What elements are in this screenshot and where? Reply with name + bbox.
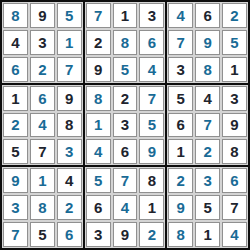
cell-r3c5[interactable]: 5 [113,57,138,82]
cell-r2c2[interactable]: 3 [30,30,55,55]
cell-r6c8[interactable]: 2 [195,139,220,164]
cell-r9c5[interactable]: 9 [113,222,138,247]
cell-r9c9[interactable]: 4 [222,222,247,247]
box-8: 578641392 [85,167,166,248]
box-1: 895431627 [2,2,83,83]
cell-r7c8[interactable]: 3 [195,168,220,193]
cell-r1c5[interactable]: 1 [113,3,138,28]
cell-r8c8[interactable]: 5 [195,195,220,220]
cell-r9c7[interactable]: 8 [168,222,193,247]
cell-r2c8[interactable]: 9 [195,30,220,55]
cell-r9c3[interactable]: 6 [57,222,82,247]
cell-r5c9[interactable]: 9 [222,113,247,138]
cell-r1c1[interactable]: 8 [3,3,28,28]
cell-r3c7[interactable]: 3 [168,57,193,82]
cell-r1c7[interactable]: 4 [168,3,193,28]
cell-r4c8[interactable]: 4 [195,86,220,111]
cell-r2c7[interactable]: 7 [168,30,193,55]
cell-r8c7[interactable]: 9 [168,195,193,220]
cell-r9c1[interactable]: 7 [3,222,28,247]
cell-r2c3[interactable]: 1 [57,30,82,55]
cell-r6c9[interactable]: 8 [222,139,247,164]
box-6: 543679128 [167,85,248,166]
cell-r3c1[interactable]: 6 [3,57,28,82]
cell-r2c9[interactable]: 5 [222,30,247,55]
cell-r5c8[interactable]: 7 [195,113,220,138]
cell-r6c2[interactable]: 7 [30,139,55,164]
cell-r8c5[interactable]: 4 [113,195,138,220]
cell-r8c9[interactable]: 7 [222,195,247,220]
cell-r3c9[interactable]: 1 [222,57,247,82]
cell-r4c9[interactable]: 3 [222,86,247,111]
cell-r4c4[interactable]: 8 [86,86,111,111]
cell-r2c6[interactable]: 6 [139,30,164,55]
cell-r6c1[interactable]: 5 [3,139,28,164]
cell-r7c1[interactable]: 9 [3,168,28,193]
cell-r1c3[interactable]: 5 [57,3,82,28]
cell-r1c2[interactable]: 9 [30,3,55,28]
cell-r5c5[interactable]: 3 [113,113,138,138]
box-3: 462795381 [167,2,248,83]
cell-r6c6[interactable]: 9 [139,139,164,164]
cell-r7c5[interactable]: 7 [113,168,138,193]
cell-r7c9[interactable]: 6 [222,168,247,193]
cell-r5c2[interactable]: 4 [30,113,55,138]
cell-r6c5[interactable]: 6 [113,139,138,164]
cell-r2c4[interactable]: 2 [86,30,111,55]
cell-r4c1[interactable]: 1 [3,86,28,111]
cell-r4c7[interactable]: 5 [168,86,193,111]
cell-r7c3[interactable]: 4 [57,168,82,193]
cell-r6c3[interactable]: 3 [57,139,82,164]
box-4: 169248573 [2,85,83,166]
cell-r3c3[interactable]: 7 [57,57,82,82]
cell-r9c2[interactable]: 5 [30,222,55,247]
sudoku-board: 8954316277132869544627953811692485738271… [0,0,250,250]
box-9: 236957814 [167,167,248,248]
cell-r7c2[interactable]: 1 [30,168,55,193]
cell-r5c3[interactable]: 8 [57,113,82,138]
cell-r7c6[interactable]: 8 [139,168,164,193]
cell-r9c8[interactable]: 1 [195,222,220,247]
cell-r7c4[interactable]: 5 [86,168,111,193]
cell-r1c8[interactable]: 6 [195,3,220,28]
cell-r8c1[interactable]: 3 [3,195,28,220]
cell-r8c3[interactable]: 2 [57,195,82,220]
box-2: 713286954 [85,2,166,83]
cell-r8c4[interactable]: 6 [86,195,111,220]
cell-r4c5[interactable]: 2 [113,86,138,111]
cell-r7c7[interactable]: 2 [168,168,193,193]
cell-r3c2[interactable]: 2 [30,57,55,82]
cell-r5c1[interactable]: 2 [3,113,28,138]
cell-r3c8[interactable]: 8 [195,57,220,82]
cell-r3c4[interactable]: 9 [86,57,111,82]
cell-r3c6[interactable]: 4 [139,57,164,82]
box-5: 827135469 [85,85,166,166]
cell-r8c2[interactable]: 8 [30,195,55,220]
cell-r6c7[interactable]: 1 [168,139,193,164]
box-7: 914382756 [2,167,83,248]
cell-r1c6[interactable]: 3 [139,3,164,28]
cell-r9c4[interactable]: 3 [86,222,111,247]
cell-r4c3[interactable]: 9 [57,86,82,111]
cell-r9c6[interactable]: 2 [139,222,164,247]
cell-r4c6[interactable]: 7 [139,86,164,111]
cell-r2c5[interactable]: 8 [113,30,138,55]
cell-r5c7[interactable]: 6 [168,113,193,138]
cell-r5c4[interactable]: 1 [86,113,111,138]
cell-r4c2[interactable]: 6 [30,86,55,111]
cell-r1c4[interactable]: 7 [86,3,111,28]
cell-r6c4[interactable]: 4 [86,139,111,164]
cell-r1c9[interactable]: 2 [222,3,247,28]
cell-r2c1[interactable]: 4 [3,30,28,55]
cell-r5c6[interactable]: 5 [139,113,164,138]
cell-r8c6[interactable]: 1 [139,195,164,220]
